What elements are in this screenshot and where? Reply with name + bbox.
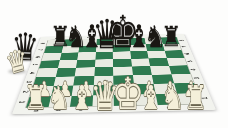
piece-white-rook-h1[interactable]: ♜ xyxy=(184,81,208,114)
chess-set-photo: abcdefgh abcdefgh 87654321 87654321 ♜♞♝♛… xyxy=(0,0,228,128)
piece-black-rook-h8[interactable]: ♜ xyxy=(160,23,181,51)
piece-white-knight-g1[interactable]: ♞ xyxy=(162,82,186,114)
piece-white-queen-extra[interactable]: ♛ xyxy=(3,44,30,79)
piece-white-knight-b1[interactable]: ♞ xyxy=(47,82,71,114)
piece-white-rook-a1[interactable]: ♜ xyxy=(24,81,48,114)
pieces-layer: ♜♞♝♛♚♝♞♜♟♟♟♟♟♟♟♟♜♞♝♛♚♝♞♜♛♛ xyxy=(0,0,228,128)
piece-white-bishop-f1[interactable]: ♝ xyxy=(138,81,162,114)
